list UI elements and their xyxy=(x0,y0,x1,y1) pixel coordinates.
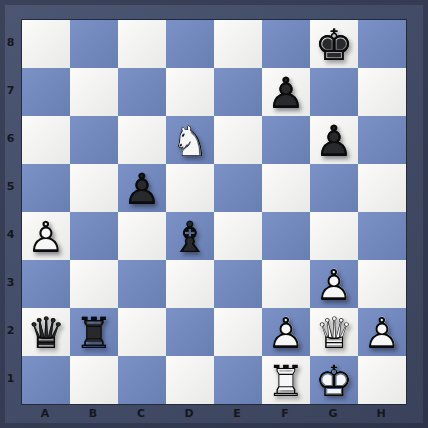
piece-white-rook-f1[interactable]: ♜♖ xyxy=(262,356,310,404)
rank-label-8: 8 xyxy=(0,19,21,67)
piece-white-knight-d6[interactable]: ♞♘ xyxy=(166,116,214,164)
square-f4[interactable] xyxy=(262,212,310,260)
square-b6[interactable] xyxy=(70,116,118,164)
rank-label-2: 2 xyxy=(0,307,21,355)
square-b2[interactable]: ♜♖ xyxy=(70,308,118,356)
square-d2[interactable] xyxy=(166,308,214,356)
square-b4[interactable] xyxy=(70,212,118,260)
square-e2[interactable] xyxy=(214,308,262,356)
square-h3[interactable] xyxy=(358,260,406,308)
pawn-outline-glyph: ♙ xyxy=(262,68,310,116)
rank-label-3: 3 xyxy=(0,259,21,307)
square-c6[interactable] xyxy=(118,116,166,164)
square-a4[interactable]: ♟♙ xyxy=(22,212,70,260)
square-b8[interactable] xyxy=(70,20,118,68)
piece-black-king-g8[interactable]: ♚♔ xyxy=(310,20,358,68)
piece-black-queen-a2[interactable]: ♛♕ xyxy=(22,308,70,356)
piece-black-rook-b2[interactable]: ♜♖ xyxy=(70,308,118,356)
square-a6[interactable] xyxy=(22,116,70,164)
piece-white-pawn-a4[interactable]: ♟♙ xyxy=(22,212,70,260)
square-c5[interactable]: ♟♙ xyxy=(118,164,166,212)
square-e4[interactable] xyxy=(214,212,262,260)
square-d8[interactable] xyxy=(166,20,214,68)
square-d3[interactable] xyxy=(166,260,214,308)
square-e5[interactable] xyxy=(214,164,262,212)
rank-label-4: 4 xyxy=(0,211,21,259)
square-g1[interactable]: ♚♔ xyxy=(310,356,358,404)
piece-white-pawn-h2[interactable]: ♟♙ xyxy=(358,308,406,356)
file-label-e: E xyxy=(213,405,261,425)
rank-labels: 87654321 xyxy=(0,19,21,403)
bishop-outline-glyph: ♗ xyxy=(166,212,214,260)
square-f2[interactable]: ♟♙ xyxy=(262,308,310,356)
file-label-a: A xyxy=(21,405,69,425)
square-e1[interactable] xyxy=(214,356,262,404)
square-c4[interactable] xyxy=(118,212,166,260)
square-g2[interactable]: ♛♕ xyxy=(310,308,358,356)
piece-white-pawn-f2[interactable]: ♟♙ xyxy=(262,308,310,356)
square-h1[interactable] xyxy=(358,356,406,404)
square-b5[interactable] xyxy=(70,164,118,212)
square-f3[interactable] xyxy=(262,260,310,308)
file-label-h: H xyxy=(357,405,405,425)
square-h4[interactable] xyxy=(358,212,406,260)
piece-black-pawn-c5[interactable]: ♟♙ xyxy=(118,164,166,212)
file-label-d: D xyxy=(165,405,213,425)
rook-outline-glyph: ♖ xyxy=(262,356,310,404)
pawn-outline-glyph: ♙ xyxy=(310,116,358,164)
pawn-outline-glyph: ♙ xyxy=(22,212,70,260)
square-a2[interactable]: ♛♕ xyxy=(22,308,70,356)
pawn-outline-glyph: ♙ xyxy=(118,164,166,212)
square-b3[interactable] xyxy=(70,260,118,308)
piece-white-pawn-g3[interactable]: ♟♙ xyxy=(310,260,358,308)
square-d1[interactable] xyxy=(166,356,214,404)
square-a1[interactable] xyxy=(22,356,70,404)
square-c2[interactable] xyxy=(118,308,166,356)
square-e3[interactable] xyxy=(214,260,262,308)
square-c1[interactable] xyxy=(118,356,166,404)
queen-outline-glyph: ♕ xyxy=(22,308,70,356)
rank-label-7: 7 xyxy=(0,67,21,115)
rank-label-1: 1 xyxy=(0,355,21,403)
square-h7[interactable] xyxy=(358,68,406,116)
square-d6[interactable]: ♞♘ xyxy=(166,116,214,164)
square-a5[interactable] xyxy=(22,164,70,212)
board-frame: 87654321 ♚♔♟♙♞♘♟♙♟♙♟♙♝♗♟♙♛♕♜♖♟♙♛♕♟♙♜♖♚♔ … xyxy=(0,0,428,428)
square-a3[interactable] xyxy=(22,260,70,308)
square-e6[interactable] xyxy=(214,116,262,164)
pawn-outline-glyph: ♙ xyxy=(310,260,358,308)
chess-board: ♚♔♟♙♞♘♟♙♟♙♟♙♝♗♟♙♛♕♜♖♟♙♛♕♟♙♜♖♚♔ xyxy=(21,19,407,405)
file-label-c: C xyxy=(117,405,165,425)
square-d5[interactable] xyxy=(166,164,214,212)
square-c7[interactable] xyxy=(118,68,166,116)
square-a8[interactable] xyxy=(22,20,70,68)
square-c3[interactable] xyxy=(118,260,166,308)
pawn-outline-glyph: ♙ xyxy=(358,308,406,356)
queen-outline-glyph: ♕ xyxy=(310,308,358,356)
piece-black-pawn-f7[interactable]: ♟♙ xyxy=(262,68,310,116)
square-h5[interactable] xyxy=(358,164,406,212)
rank-label-5: 5 xyxy=(0,163,21,211)
piece-black-bishop-d4[interactable]: ♝♗ xyxy=(166,212,214,260)
square-f7[interactable]: ♟♙ xyxy=(262,68,310,116)
square-f5[interactable] xyxy=(262,164,310,212)
square-b1[interactable] xyxy=(70,356,118,404)
square-b7[interactable] xyxy=(70,68,118,116)
square-d7[interactable] xyxy=(166,68,214,116)
square-g8[interactable]: ♚♔ xyxy=(310,20,358,68)
square-f8[interactable] xyxy=(262,20,310,68)
rook-outline-glyph: ♖ xyxy=(70,308,118,356)
rank-label-6: 6 xyxy=(0,115,21,163)
file-label-b: B xyxy=(69,405,117,425)
square-g7[interactable] xyxy=(310,68,358,116)
square-e8[interactable] xyxy=(214,20,262,68)
square-h8[interactable] xyxy=(358,20,406,68)
pawn-outline-glyph: ♙ xyxy=(262,308,310,356)
square-g6[interactable]: ♟♙ xyxy=(310,116,358,164)
piece-white-king-g1[interactable]: ♚♔ xyxy=(310,356,358,404)
square-a7[interactable] xyxy=(22,68,70,116)
square-d4[interactable]: ♝♗ xyxy=(166,212,214,260)
king-outline-glyph: ♔ xyxy=(310,356,358,404)
king-outline-glyph: ♔ xyxy=(310,20,358,68)
file-label-f: F xyxy=(261,405,309,425)
knight-outline-glyph: ♘ xyxy=(166,116,214,164)
square-g5[interactable] xyxy=(310,164,358,212)
square-h6[interactable] xyxy=(358,116,406,164)
square-c8[interactable] xyxy=(118,20,166,68)
file-labels: ABCDEFGH xyxy=(21,405,405,425)
square-f6[interactable] xyxy=(262,116,310,164)
square-h2[interactable]: ♟♙ xyxy=(358,308,406,356)
square-e7[interactable] xyxy=(214,68,262,116)
square-g4[interactable] xyxy=(310,212,358,260)
square-g3[interactable]: ♟♙ xyxy=(310,260,358,308)
file-label-g: G xyxy=(309,405,357,425)
piece-white-queen-g2[interactable]: ♛♕ xyxy=(310,308,358,356)
piece-black-pawn-g6[interactable]: ♟♙ xyxy=(310,116,358,164)
square-f1[interactable]: ♜♖ xyxy=(262,356,310,404)
